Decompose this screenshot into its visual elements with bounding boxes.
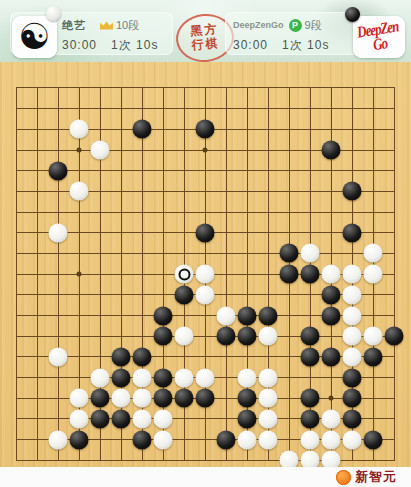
intersection-18-12[interactable]: [363, 305, 384, 326]
white-stone-6-16: [112, 389, 131, 408]
intersection-6-8[interactable]: [111, 222, 132, 243]
intersection-19-1[interactable]: [384, 78, 405, 99]
intersection-5-14[interactable]: [90, 347, 111, 368]
intersection-2-15[interactable]: [27, 367, 48, 388]
intersection-16-4: [321, 140, 342, 161]
intersection-18-16[interactable]: [363, 388, 384, 409]
intersection-7-6[interactable]: [132, 181, 153, 202]
intersection-6-6[interactable]: [111, 181, 132, 202]
intersection-4-14[interactable]: [69, 347, 90, 368]
intersection-6-3[interactable]: [111, 119, 132, 140]
intersection-16-6[interactable]: [321, 181, 342, 202]
intersection-6-7[interactable]: [111, 202, 132, 223]
intersection-13-17: [258, 409, 279, 430]
black-stone-15-17: [301, 409, 320, 428]
intersection-16-3[interactable]: [321, 119, 342, 140]
intersection-5-11[interactable]: [90, 284, 111, 305]
intersection-10-5[interactable]: [195, 160, 216, 181]
intersection-5-1[interactable]: [90, 78, 111, 99]
intersection-14-11[interactable]: [279, 284, 300, 305]
intersection-8-9[interactable]: [153, 243, 174, 264]
intersection-9-6[interactable]: [174, 181, 195, 202]
intersection-11-18: [216, 429, 237, 450]
intersection-19-2[interactable]: [384, 98, 405, 119]
intersection-9-14[interactable]: [174, 347, 195, 368]
intersection-8-11[interactable]: [153, 284, 174, 305]
intersection-3-9[interactable]: [48, 243, 69, 264]
intersection-4-5[interactable]: [69, 160, 90, 181]
intersection-4-18: [69, 429, 90, 450]
intersection-8-17: [153, 409, 174, 430]
intersection-1-8[interactable]: [6, 222, 27, 243]
intersection-8-10[interactable]: [153, 264, 174, 285]
intersection-2-4[interactable]: [27, 140, 48, 161]
intersection-1-9[interactable]: [6, 243, 27, 264]
intersection-13-10[interactable]: [258, 264, 279, 285]
intersection-19-13: [384, 326, 405, 347]
intersection-5-18[interactable]: [90, 429, 111, 450]
intersection-11-9[interactable]: [216, 243, 237, 264]
intersection-8-1[interactable]: [153, 78, 174, 99]
intersection-6-11[interactable]: [111, 284, 132, 305]
intersection-19-12[interactable]: [384, 305, 405, 326]
intersection-3-15[interactable]: [48, 367, 69, 388]
intersection-17-2[interactable]: [342, 98, 363, 119]
intersection-18-15[interactable]: [363, 367, 384, 388]
intersection-14-3[interactable]: [279, 119, 300, 140]
intersection-18-6[interactable]: [363, 181, 384, 202]
intersection-12-8[interactable]: [237, 222, 258, 243]
intersection-14-5[interactable]: [279, 160, 300, 181]
intersection-7-10[interactable]: [132, 264, 153, 285]
intersection-14-8[interactable]: [279, 222, 300, 243]
intersection-5-9[interactable]: [90, 243, 111, 264]
white-stone-15-18: [301, 430, 320, 449]
intersection-19-14[interactable]: [384, 347, 405, 368]
intersection-15-5[interactable]: [300, 160, 321, 181]
intersection-13-11[interactable]: [258, 284, 279, 305]
intersection-4-15[interactable]: [69, 367, 90, 388]
white-stone-12-18: [238, 430, 257, 449]
intersection-6-12[interactable]: [111, 305, 132, 326]
intersection-11-16[interactable]: [216, 388, 237, 409]
intersection-15-4[interactable]: [300, 140, 321, 161]
intersection-9-17[interactable]: [174, 409, 195, 430]
intersection-19-15[interactable]: [384, 367, 405, 388]
intersection-2-16[interactable]: [27, 388, 48, 409]
intersection-11-7[interactable]: [216, 202, 237, 223]
intersection-15-7[interactable]: [300, 202, 321, 223]
intersection-11-1[interactable]: [216, 78, 237, 99]
intersection-9-7[interactable]: [174, 202, 195, 223]
intersection-1-1[interactable]: [6, 78, 27, 99]
intersection-10-6[interactable]: [195, 181, 216, 202]
white-player-avatar[interactable]: ☯: [12, 16, 57, 58]
white-stone-17-10: [343, 265, 362, 284]
intersection-3-2[interactable]: [48, 98, 69, 119]
intersection-1-3[interactable]: [6, 119, 27, 140]
intersection-16-15[interactable]: [321, 367, 342, 388]
intersection-13-7[interactable]: [258, 202, 279, 223]
intersection-16-5[interactable]: [321, 160, 342, 181]
intersection-11-2[interactable]: [216, 98, 237, 119]
intersection-6-18[interactable]: [111, 429, 132, 450]
intersection-2-14[interactable]: [27, 347, 48, 368]
intersection-14-13[interactable]: [279, 326, 300, 347]
intersection-10-17[interactable]: [195, 409, 216, 430]
intersection-5-13[interactable]: [90, 326, 111, 347]
star-point-10-4: [203, 148, 208, 153]
intersection-17-12: [342, 305, 363, 326]
intersection-13-4[interactable]: [258, 140, 279, 161]
intersection-1-18[interactable]: [6, 429, 27, 450]
intersection-13-16: [258, 388, 279, 409]
intersection-17-4[interactable]: [342, 140, 363, 161]
intersection-8-14[interactable]: [153, 347, 174, 368]
intersection-17-7[interactable]: [342, 202, 363, 223]
intersection-6-5[interactable]: [111, 160, 132, 181]
intersection-2-6[interactable]: [27, 181, 48, 202]
intersection-5-4: [90, 140, 111, 161]
intersection-12-13: [237, 326, 258, 347]
intersection-8-18: [153, 429, 174, 450]
intersection-19-16[interactable]: [384, 388, 405, 409]
intersection-16-16[interactable]: [321, 388, 342, 409]
intersection-14-7[interactable]: [279, 202, 300, 223]
intersection-16-7[interactable]: [321, 202, 342, 223]
intersection-12-1[interactable]: [237, 78, 258, 99]
intersection-8-2[interactable]: [153, 98, 174, 119]
intersection-11-4[interactable]: [216, 140, 237, 161]
intersection-1-17[interactable]: [6, 409, 27, 430]
intersection-3-4[interactable]: [48, 140, 69, 161]
intersection-2-3[interactable]: [27, 119, 48, 140]
intersection-14-4[interactable]: [279, 140, 300, 161]
intersection-11-5[interactable]: [216, 160, 237, 181]
intersection-18-7[interactable]: [363, 202, 384, 223]
intersection-11-15[interactable]: [216, 367, 237, 388]
intersection-1-6[interactable]: [6, 181, 27, 202]
intersection-7-8[interactable]: [132, 222, 153, 243]
intersection-7-5[interactable]: [132, 160, 153, 181]
intersection-1-14[interactable]: [6, 347, 27, 368]
intersection-13-3[interactable]: [258, 119, 279, 140]
black-stone-11-13: [217, 327, 236, 346]
intersection-2-17[interactable]: [27, 409, 48, 430]
white-stone-9-15: [175, 368, 194, 387]
intersection-1-15[interactable]: [6, 367, 27, 388]
intersection-13-14[interactable]: [258, 347, 279, 368]
intersection-14-15[interactable]: [279, 367, 300, 388]
intersection-19-11[interactable]: [384, 284, 405, 305]
intersection-9-12[interactable]: [174, 305, 195, 326]
intersection-15-11[interactable]: [300, 284, 321, 305]
intersection-17-9[interactable]: [342, 243, 363, 264]
intersection-13-1[interactable]: [258, 78, 279, 99]
intersection-11-17[interactable]: [216, 409, 237, 430]
intersection-9-2[interactable]: [174, 98, 195, 119]
white-stone-4-17: [70, 409, 89, 428]
intersection-2-18[interactable]: [27, 429, 48, 450]
intersection-10-9[interactable]: [195, 243, 216, 264]
intersection-13-13: [258, 326, 279, 347]
intersection-15-12[interactable]: [300, 305, 321, 326]
intersection-8-5[interactable]: [153, 160, 174, 181]
intersection-4-12[interactable]: [69, 305, 90, 326]
intersection-8-8[interactable]: [153, 222, 174, 243]
intersection-12-7[interactable]: [237, 202, 258, 223]
intersection-19-7[interactable]: [384, 202, 405, 223]
intersection-7-9[interactable]: [132, 243, 153, 264]
intersection-13-8[interactable]: [258, 222, 279, 243]
intersection-7-11[interactable]: [132, 284, 153, 305]
intersection-19-17[interactable]: [384, 409, 405, 430]
intersection-10-2[interactable]: [195, 98, 216, 119]
intersection-16-9[interactable]: [321, 243, 342, 264]
intersection-9-9[interactable]: [174, 243, 195, 264]
intersection-10-4[interactable]: [195, 140, 216, 161]
intersection-3-10[interactable]: [48, 264, 69, 285]
intersection-5-7[interactable]: [90, 202, 111, 223]
intersection-10-12[interactable]: [195, 305, 216, 326]
intersection-5-10[interactable]: [90, 264, 111, 285]
intersection-4-1[interactable]: [69, 78, 90, 99]
intersection-3-12[interactable]: [48, 305, 69, 326]
intersection-14-6[interactable]: [279, 181, 300, 202]
intersection-6-9[interactable]: [111, 243, 132, 264]
intersection-3-3[interactable]: [48, 119, 69, 140]
intersection-18-3[interactable]: [363, 119, 384, 140]
intersection-11-8[interactable]: [216, 222, 237, 243]
intersection-17-3[interactable]: [342, 119, 363, 140]
intersection-3-6[interactable]: [48, 181, 69, 202]
player-panel-black: DeepZenGo P 9段 30:00 1次 10s: [225, 12, 360, 55]
intersection-11-10[interactable]: [216, 264, 237, 285]
intersection-2-1[interactable]: [27, 78, 48, 99]
intersection-3-17[interactable]: [48, 409, 69, 430]
intersection-17-18: [342, 429, 363, 450]
intersection-12-10[interactable]: [237, 264, 258, 285]
intersection-2-13[interactable]: [27, 326, 48, 347]
intersection-2-11[interactable]: [27, 284, 48, 305]
intersection-9-1[interactable]: [174, 78, 195, 99]
intersection-13-9[interactable]: [258, 243, 279, 264]
intersection-4-11[interactable]: [69, 284, 90, 305]
intersection-10-14[interactable]: [195, 347, 216, 368]
intersection-19-5[interactable]: [384, 160, 405, 181]
intersection-9-18[interactable]: [174, 429, 195, 450]
intersection-9-8[interactable]: [174, 222, 195, 243]
intersection-12-5[interactable]: [237, 160, 258, 181]
intersection-4-4[interactable]: [69, 140, 90, 161]
intersection-3-1[interactable]: [48, 78, 69, 99]
intersection-4-9[interactable]: [69, 243, 90, 264]
intersection-7-7[interactable]: [132, 202, 153, 223]
intersection-3-16[interactable]: [48, 388, 69, 409]
intersection-17-17: [342, 409, 363, 430]
intersection-2-7[interactable]: [27, 202, 48, 223]
intersection-19-3[interactable]: [384, 119, 405, 140]
intersection-6-13[interactable]: [111, 326, 132, 347]
intersection-12-9[interactable]: [237, 243, 258, 264]
intersection-5-2[interactable]: [90, 98, 111, 119]
intersection-19-10[interactable]: [384, 264, 405, 285]
intersection-7-12[interactable]: [132, 305, 153, 326]
intersection-2-10[interactable]: [27, 264, 48, 285]
intersection-15-3[interactable]: [300, 119, 321, 140]
intersection-12-2[interactable]: [237, 98, 258, 119]
intersection-7-2[interactable]: [132, 98, 153, 119]
intersection-5-5[interactable]: [90, 160, 111, 181]
intersection-4-10[interactable]: [69, 264, 90, 285]
intersection-14-16[interactable]: [279, 388, 300, 409]
white-stone-13-17: [259, 409, 278, 428]
intersection-7-4[interactable]: [132, 140, 153, 161]
intersection-1-5[interactable]: [6, 160, 27, 181]
intersection-9-4[interactable]: [174, 140, 195, 161]
intersection-14-17[interactable]: [279, 409, 300, 430]
black-stone-12-13: [238, 327, 257, 346]
intersection-18-14: [363, 347, 384, 368]
black-player-avatar[interactable]: DeepZenGo: [353, 16, 405, 58]
intersection-18-2[interactable]: [363, 98, 384, 119]
intersection-14-12[interactable]: [279, 305, 300, 326]
intersection-14-14[interactable]: [279, 347, 300, 368]
intersection-3-11[interactable]: [48, 284, 69, 305]
intersection-6-4[interactable]: [111, 140, 132, 161]
intersection-3-7[interactable]: [48, 202, 69, 223]
white-stone-16-18: [322, 430, 341, 449]
intersection-2-12[interactable]: [27, 305, 48, 326]
intersection-2-9[interactable]: [27, 243, 48, 264]
intersection-12-4[interactable]: [237, 140, 258, 161]
intersection-7-1[interactable]: [132, 78, 153, 99]
intersection-18-17[interactable]: [363, 409, 384, 430]
intersection-1-4[interactable]: [6, 140, 27, 161]
intersection-1-12[interactable]: [6, 305, 27, 326]
intersection-15-15[interactable]: [300, 367, 321, 388]
intersection-9-5[interactable]: [174, 160, 195, 181]
black-stone-8-13: [154, 327, 173, 346]
intersection-14-10: [279, 264, 300, 285]
intersection-8-4[interactable]: [153, 140, 174, 161]
intersection-1-11[interactable]: [6, 284, 27, 305]
intersection-19-6[interactable]: [384, 181, 405, 202]
intersection-19-8[interactable]: [384, 222, 405, 243]
black-byoyomi: 1次 10s: [282, 37, 329, 54]
intersection-6-2[interactable]: [111, 98, 132, 119]
intersection-16-13[interactable]: [321, 326, 342, 347]
intersection-18-1[interactable]: [363, 78, 384, 99]
intersection-11-11[interactable]: [216, 284, 237, 305]
intersection-15-8[interactable]: [300, 222, 321, 243]
intersection-19-9[interactable]: [384, 243, 405, 264]
intersection-3-5: [48, 160, 69, 181]
intersection-18-5[interactable]: [363, 160, 384, 181]
intersection-15-2[interactable]: [300, 98, 321, 119]
intersection-5-6[interactable]: [90, 181, 111, 202]
intersection-5-12[interactable]: [90, 305, 111, 326]
intersection-15-1[interactable]: [300, 78, 321, 99]
intersection-17-1[interactable]: [342, 78, 363, 99]
intersection-1-13[interactable]: [6, 326, 27, 347]
intersection-5-3[interactable]: [90, 119, 111, 140]
intersection-2-5[interactable]: [27, 160, 48, 181]
intersection-11-6[interactable]: [216, 181, 237, 202]
intersection-4-2[interactable]: [69, 98, 90, 119]
intersection-13-6[interactable]: [258, 181, 279, 202]
intersection-2-8[interactable]: [27, 222, 48, 243]
intersection-6-10[interactable]: [111, 264, 132, 285]
intersection-10-13[interactable]: [195, 326, 216, 347]
intersection-19-18[interactable]: [384, 429, 405, 450]
intersection-18-10: [363, 264, 384, 285]
intersection-18-11[interactable]: [363, 284, 384, 305]
intersection-12-6[interactable]: [237, 181, 258, 202]
intersection-5-8[interactable]: [90, 222, 111, 243]
intersection-17-5[interactable]: [342, 160, 363, 181]
intersection-13-2[interactable]: [258, 98, 279, 119]
intersection-16-1[interactable]: [321, 78, 342, 99]
intersection-16-2[interactable]: [321, 98, 342, 119]
intersection-4-13[interactable]: [69, 326, 90, 347]
intersection-11-3[interactable]: [216, 119, 237, 140]
intersection-12-17: [237, 409, 258, 430]
intersection-15-10: [300, 264, 321, 285]
intersection-9-3[interactable]: [174, 119, 195, 140]
intersection-1-10[interactable]: [6, 264, 27, 285]
white-main-time: 30:00: [62, 38, 97, 52]
intersection-8-3[interactable]: [153, 119, 174, 140]
intersection-1-2[interactable]: [6, 98, 27, 119]
intersection-12-14[interactable]: [237, 347, 258, 368]
intersection-18-4[interactable]: [363, 140, 384, 161]
intersection-14-18[interactable]: [279, 429, 300, 450]
white-stone-18-10: [364, 265, 383, 284]
intersection-15-6[interactable]: [300, 181, 321, 202]
black-stone-5-17: [91, 409, 110, 428]
intersection-7-13[interactable]: [132, 326, 153, 347]
intersection-2-2[interactable]: [27, 98, 48, 119]
intersection-11-14[interactable]: [216, 347, 237, 368]
intersection-18-8[interactable]: [363, 222, 384, 243]
intersection-14-1[interactable]: [279, 78, 300, 99]
intersection-13-5[interactable]: [258, 160, 279, 181]
intersection-8-7[interactable]: [153, 202, 174, 223]
intersection-10-1[interactable]: [195, 78, 216, 99]
intersection-1-16[interactable]: [6, 388, 27, 409]
intersection-6-1[interactable]: [111, 78, 132, 99]
intersection-3-13[interactable]: [48, 326, 69, 347]
intersection-16-8[interactable]: [321, 222, 342, 243]
black-stone-7-3: [133, 120, 152, 139]
intersection-4-8[interactable]: [69, 222, 90, 243]
intersection-1-7[interactable]: [6, 202, 27, 223]
rank-crown-icon: [100, 21, 113, 30]
intersection-12-11[interactable]: [237, 284, 258, 305]
intersection-19-4[interactable]: [384, 140, 405, 161]
intersection-10-7[interactable]: [195, 202, 216, 223]
white-stone-11-12: [217, 306, 236, 325]
intersection-12-3[interactable]: [237, 119, 258, 140]
intersection-14-2[interactable]: [279, 98, 300, 119]
intersection-4-7[interactable]: [69, 202, 90, 223]
black-stone-17-15: [343, 368, 362, 387]
intersection-6-15: [111, 367, 132, 388]
intersection-8-6[interactable]: [153, 181, 174, 202]
intersection-10-18[interactable]: [195, 429, 216, 450]
white-stone-5-15: [91, 368, 110, 387]
